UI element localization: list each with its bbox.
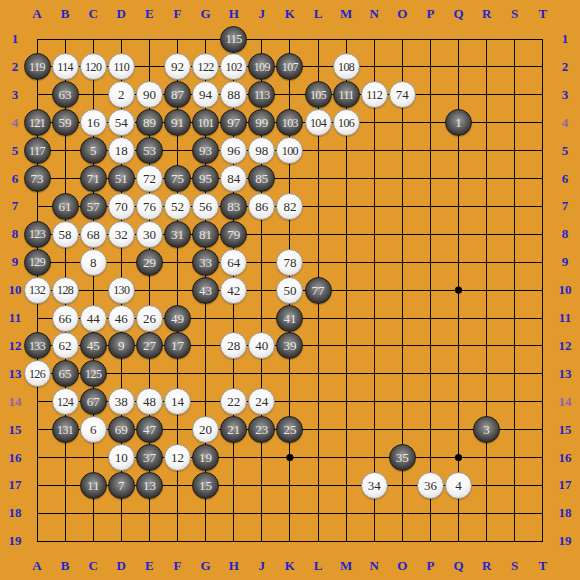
stone-white-F14[interactable]: 14 (164, 388, 191, 415)
move-number: 54 (115, 116, 128, 129)
row-label-right-6: 6 (562, 171, 569, 187)
row-label-right-7: 7 (562, 198, 569, 214)
stone-white-D3[interactable]: 2 (108, 81, 135, 108)
move-number: 129 (29, 256, 45, 268)
col-label-top-K: K (285, 6, 295, 22)
move-number: 63 (59, 88, 72, 101)
col-label-top-T: T (538, 6, 547, 22)
move-number: 109 (254, 61, 270, 73)
stone-black-G5[interactable]: 93 (192, 137, 219, 164)
col-label-bottom-G: G (201, 558, 211, 574)
row-label-right-9: 9 (562, 254, 569, 270)
stone-black-E4[interactable]: 89 (136, 109, 163, 136)
move-number: 119 (29, 61, 45, 73)
row-label-left-14: 14 (9, 394, 22, 410)
stone-black-H8[interactable]: 79 (220, 221, 247, 248)
row-label-left-16: 16 (9, 450, 22, 466)
stone-white-M4[interactable]: 106 (333, 109, 360, 136)
move-number: 79 (227, 228, 240, 241)
stone-white-C11[interactable]: 44 (80, 305, 107, 332)
stone-black-A12[interactable]: 133 (24, 332, 51, 359)
col-label-bottom-D: D (117, 558, 126, 574)
stone-white-N17[interactable]: 34 (361, 472, 388, 499)
stone-white-E14[interactable]: 48 (136, 388, 163, 415)
move-number: 21 (227, 423, 240, 436)
move-number: 5 (90, 144, 97, 157)
move-number: 108 (338, 61, 354, 73)
move-number: 78 (283, 256, 296, 269)
move-number: 64 (227, 256, 240, 269)
stone-black-A8[interactable]: 123 (24, 221, 51, 248)
stone-white-F16[interactable]: 12 (164, 444, 191, 471)
move-number: 92 (171, 60, 184, 73)
move-number: 91 (171, 116, 184, 129)
move-number: 114 (57, 61, 73, 73)
row-label-left-15: 15 (9, 422, 22, 438)
move-number: 58 (59, 228, 72, 241)
stone-black-F8[interactable]: 31 (164, 221, 191, 248)
col-label-top-P: P (426, 6, 434, 22)
move-number: 68 (87, 228, 100, 241)
stone-black-B3[interactable]: 63 (52, 81, 79, 108)
col-label-top-S: S (511, 6, 518, 22)
row-label-right-13: 13 (559, 366, 572, 382)
stone-black-C12[interactable]: 45 (80, 332, 107, 359)
stone-black-E9[interactable]: 29 (136, 249, 163, 276)
stone-black-G17[interactable]: 15 (192, 472, 219, 499)
col-label-top-G: G (201, 6, 211, 22)
stone-black-G6[interactable]: 95 (192, 165, 219, 192)
col-label-top-C: C (88, 6, 97, 22)
col-label-bottom-F: F (174, 558, 182, 574)
col-label-top-L: L (314, 6, 323, 22)
move-number: 71 (87, 172, 100, 185)
move-number: 47 (143, 423, 156, 436)
move-number: 81 (199, 228, 212, 241)
move-number: 40 (255, 339, 268, 352)
move-number: 99 (255, 116, 268, 129)
stone-white-Q17[interactable]: 4 (445, 472, 472, 499)
move-number: 89 (143, 116, 156, 129)
move-number: 32 (115, 228, 128, 241)
move-number: 42 (227, 284, 240, 297)
row-label-right-14: 14 (559, 394, 572, 410)
stone-black-G8[interactable]: 81 (192, 221, 219, 248)
move-number: 45 (87, 339, 100, 352)
row-label-right-1: 1 (562, 31, 569, 47)
move-number: 35 (396, 451, 409, 464)
stone-black-L3[interactable]: 105 (305, 81, 332, 108)
stone-black-E5[interactable]: 53 (136, 137, 163, 164)
stone-white-O3[interactable]: 74 (389, 81, 416, 108)
stone-white-B8[interactable]: 58 (52, 221, 79, 248)
move-number: 29 (143, 256, 156, 269)
move-number: 14 (171, 395, 184, 408)
move-number: 76 (143, 200, 156, 213)
row-label-right-17: 17 (559, 477, 572, 493)
move-number: 2 (118, 88, 125, 101)
stone-black-F4[interactable]: 91 (164, 109, 191, 136)
move-number: 95 (199, 172, 212, 185)
stone-black-L10[interactable]: 77 (305, 277, 332, 304)
stone-white-B11[interactable]: 66 (52, 305, 79, 332)
col-label-top-E: E (145, 6, 154, 22)
stone-white-A13[interactable]: 126 (24, 360, 51, 387)
move-number: 37 (143, 451, 156, 464)
star-point (455, 454, 462, 461)
move-number: 43 (199, 284, 212, 297)
move-number: 67 (87, 395, 100, 408)
go-board[interactable]: AABBCCDDEEFFGGHHJJKKLLMMNNOOPPQQRRSSTT11… (0, 0, 580, 580)
stone-black-F11[interactable]: 49 (164, 305, 191, 332)
stone-white-H10[interactable]: 42 (220, 277, 247, 304)
row-label-right-5: 5 (562, 143, 569, 159)
move-number: 102 (226, 61, 242, 73)
row-label-right-18: 18 (559, 505, 572, 521)
move-number: 112 (366, 89, 382, 101)
move-number: 101 (197, 117, 213, 129)
row-label-left-7: 7 (12, 198, 19, 214)
col-label-top-N: N (369, 6, 378, 22)
move-number: 128 (57, 284, 73, 296)
row-label-right-15: 15 (559, 422, 572, 438)
col-label-bottom-K: K (285, 558, 295, 574)
move-number: 106 (338, 117, 354, 129)
stone-white-H9[interactable]: 64 (220, 249, 247, 276)
move-number: 85 (255, 172, 268, 185)
row-label-left-12: 12 (9, 338, 22, 354)
col-label-bottom-J: J (259, 558, 266, 574)
col-label-top-A: A (32, 6, 41, 22)
move-number: 104 (310, 117, 326, 129)
stone-black-B15[interactable]: 131 (52, 416, 79, 443)
move-number: 93 (199, 144, 212, 157)
move-number: 9 (118, 339, 125, 352)
stone-white-B2[interactable]: 114 (52, 53, 79, 80)
row-label-left-10: 10 (9, 282, 22, 298)
stone-white-B14[interactable]: 124 (52, 388, 79, 415)
stone-black-E16[interactable]: 37 (136, 444, 163, 471)
stone-white-E6[interactable]: 72 (136, 165, 163, 192)
stone-black-A2[interactable]: 119 (24, 53, 51, 80)
stone-white-P17[interactable]: 36 (417, 472, 444, 499)
col-label-bottom-N: N (369, 558, 378, 574)
move-number: 24 (255, 395, 268, 408)
stone-white-G7[interactable]: 56 (192, 193, 219, 220)
star-point (455, 287, 462, 294)
move-number: 61 (59, 200, 72, 213)
stone-black-E17[interactable]: 13 (136, 472, 163, 499)
row-label-right-10: 10 (559, 282, 572, 298)
stone-white-C4[interactable]: 16 (80, 109, 107, 136)
stone-white-C15[interactable]: 6 (80, 416, 107, 443)
move-number: 97 (227, 116, 240, 129)
move-number: 103 (282, 117, 298, 129)
move-number: 26 (143, 312, 156, 325)
col-label-top-H: H (229, 6, 239, 22)
stone-black-D17[interactable]: 7 (108, 472, 135, 499)
stone-white-M2[interactable]: 108 (333, 53, 360, 80)
move-number: 39 (283, 339, 296, 352)
stone-white-E7[interactable]: 76 (136, 193, 163, 220)
move-number: 131 (57, 424, 73, 436)
col-label-bottom-S: S (511, 558, 518, 574)
move-number: 115 (226, 33, 242, 45)
move-number: 86 (255, 200, 268, 213)
stone-white-L4[interactable]: 104 (305, 109, 332, 136)
move-number: 66 (59, 312, 72, 325)
move-number: 100 (282, 145, 298, 157)
move-number: 96 (227, 144, 240, 157)
stone-white-D5[interactable]: 18 (108, 137, 135, 164)
move-number: 23 (255, 423, 268, 436)
stone-white-B12[interactable]: 62 (52, 332, 79, 359)
move-number: 6 (90, 423, 97, 436)
stone-white-G15[interactable]: 20 (192, 416, 219, 443)
stone-white-K9[interactable]: 78 (276, 249, 303, 276)
col-label-top-J: J (259, 6, 266, 22)
move-number: 41 (283, 312, 296, 325)
move-number: 111 (338, 89, 353, 101)
row-label-left-5: 5 (12, 143, 19, 159)
col-label-bottom-A: A (32, 558, 41, 574)
stone-black-Q4[interactable]: 1 (445, 109, 472, 136)
stone-white-D11[interactable]: 46 (108, 305, 135, 332)
move-number: 113 (254, 89, 270, 101)
stone-black-R15[interactable]: 3 (473, 416, 500, 443)
move-number: 77 (312, 284, 325, 297)
col-label-bottom-H: H (229, 558, 239, 574)
col-label-top-O: O (397, 6, 407, 22)
move-number: 22 (227, 395, 240, 408)
stone-black-O16[interactable]: 35 (389, 444, 416, 471)
stone-black-C6[interactable]: 71 (80, 165, 107, 192)
move-number: 124 (57, 396, 73, 408)
move-number: 10 (115, 451, 128, 464)
stone-black-H1[interactable]: 115 (220, 26, 247, 53)
move-number: 16 (87, 116, 100, 129)
col-label-top-F: F (174, 6, 182, 22)
stone-black-G9[interactable]: 33 (192, 249, 219, 276)
move-number: 65 (59, 367, 72, 380)
col-label-bottom-L: L (314, 558, 323, 574)
move-number: 8 (90, 256, 97, 269)
stone-white-C9[interactable]: 8 (80, 249, 107, 276)
stone-black-B13[interactable]: 65 (52, 360, 79, 387)
move-number: 57 (87, 200, 100, 213)
col-label-bottom-O: O (397, 558, 407, 574)
move-number: 132 (29, 284, 45, 296)
move-number: 126 (29, 368, 45, 380)
stone-black-K11[interactable]: 41 (276, 305, 303, 332)
row-label-left-11: 11 (9, 310, 21, 326)
move-number: 105 (310, 89, 326, 101)
stone-black-B7[interactable]: 61 (52, 193, 79, 220)
stone-black-H7[interactable]: 83 (220, 193, 247, 220)
move-number: 87 (171, 88, 184, 101)
stone-black-C14[interactable]: 67 (80, 388, 107, 415)
move-number: 20 (199, 423, 212, 436)
row-label-right-19: 19 (559, 533, 572, 549)
row-label-left-8: 8 (12, 226, 19, 242)
stone-white-N3[interactable]: 112 (361, 81, 388, 108)
move-number: 83 (227, 200, 240, 213)
row-label-left-9: 9 (12, 254, 19, 270)
move-number: 53 (143, 144, 156, 157)
move-number: 30 (143, 228, 156, 241)
move-number: 36 (424, 479, 437, 492)
col-label-bottom-P: P (426, 558, 434, 574)
move-number: 28 (227, 339, 240, 352)
row-label-right-3: 3 (562, 87, 569, 103)
move-number: 3 (483, 423, 490, 436)
move-number: 98 (255, 144, 268, 157)
move-number: 73 (31, 172, 44, 185)
move-number: 107 (282, 61, 298, 73)
stone-black-C13[interactable]: 125 (80, 360, 107, 387)
stone-black-B4[interactable]: 59 (52, 109, 79, 136)
stone-white-D2[interactable]: 110 (108, 53, 135, 80)
move-number: 70 (115, 200, 128, 213)
move-number: 62 (59, 339, 72, 352)
stone-white-E3[interactable]: 90 (136, 81, 163, 108)
move-number: 72 (143, 172, 156, 185)
col-label-top-D: D (117, 6, 126, 22)
stone-black-A9[interactable]: 129 (24, 249, 51, 276)
row-label-left-6: 6 (12, 171, 19, 187)
stone-black-D15[interactable]: 69 (108, 416, 135, 443)
stone-white-A10[interactable]: 132 (24, 277, 51, 304)
move-number: 82 (283, 200, 296, 213)
stone-white-C8[interactable]: 68 (80, 221, 107, 248)
col-label-bottom-C: C (88, 558, 97, 574)
stone-white-E11[interactable]: 26 (136, 305, 163, 332)
move-number: 125 (85, 368, 101, 380)
stone-white-B10[interactable]: 128 (52, 277, 79, 304)
row-label-right-11: 11 (559, 310, 571, 326)
move-number: 19 (199, 451, 212, 464)
stone-white-E8[interactable]: 30 (136, 221, 163, 248)
row-label-left-1: 1 (12, 31, 19, 47)
col-label-top-R: R (482, 6, 491, 22)
stone-white-D14[interactable]: 38 (108, 388, 135, 415)
stone-white-D7[interactable]: 70 (108, 193, 135, 220)
move-number: 133 (29, 340, 45, 352)
move-number: 15 (199, 479, 212, 492)
stone-white-F7[interactable]: 52 (164, 193, 191, 220)
col-label-bottom-T: T (538, 558, 547, 574)
move-number: 11 (87, 479, 100, 492)
stone-white-D16[interactable]: 10 (108, 444, 135, 471)
row-label-left-19: 19 (9, 533, 22, 549)
move-number: 117 (29, 145, 45, 157)
stone-black-C5[interactable]: 5 (80, 137, 107, 164)
move-number: 94 (199, 88, 212, 101)
move-number: 33 (199, 256, 212, 269)
stone-white-D4[interactable]: 54 (108, 109, 135, 136)
move-number: 17 (171, 339, 184, 352)
move-number: 50 (283, 284, 296, 297)
stone-black-G16[interactable]: 19 (192, 444, 219, 471)
stone-black-A4[interactable]: 121 (24, 109, 51, 136)
move-number: 69 (115, 423, 128, 436)
move-number: 38 (115, 395, 128, 408)
stone-white-H6[interactable]: 84 (220, 165, 247, 192)
move-number: 59 (59, 116, 72, 129)
stone-white-D10[interactable]: 130 (108, 277, 135, 304)
move-number: 27 (143, 339, 156, 352)
row-label-right-4: 4 (562, 115, 569, 131)
move-number: 130 (113, 284, 129, 296)
move-number: 34 (368, 479, 381, 492)
row-label-right-12: 12 (559, 338, 572, 354)
row-label-left-13: 13 (9, 366, 22, 382)
move-number: 110 (113, 61, 129, 73)
star-point (286, 454, 293, 461)
stone-black-D6[interactable]: 51 (108, 165, 135, 192)
move-number: 48 (143, 395, 156, 408)
row-label-left-4: 4 (12, 115, 19, 131)
move-number: 122 (197, 61, 213, 73)
move-number: 56 (199, 200, 212, 213)
stone-black-E15[interactable]: 47 (136, 416, 163, 443)
stone-black-F6[interactable]: 75 (164, 165, 191, 192)
stone-black-M3[interactable]: 111 (333, 81, 360, 108)
move-number: 18 (115, 144, 128, 157)
row-label-left-17: 17 (9, 477, 22, 493)
move-number: 52 (171, 200, 184, 213)
move-number: 120 (85, 61, 101, 73)
stone-black-G10[interactable]: 43 (192, 277, 219, 304)
col-label-bottom-E: E (145, 558, 154, 574)
stone-white-J7[interactable]: 86 (248, 193, 275, 220)
row-label-left-3: 3 (12, 87, 19, 103)
move-number: 74 (396, 88, 409, 101)
stone-black-A6[interactable]: 73 (24, 165, 51, 192)
move-number: 12 (171, 451, 184, 464)
move-number: 44 (87, 312, 100, 325)
move-number: 88 (227, 88, 240, 101)
stone-white-C2[interactable]: 120 (80, 53, 107, 80)
stone-black-A5[interactable]: 117 (24, 137, 51, 164)
move-number: 121 (29, 117, 45, 129)
col-label-bottom-Q: Q (453, 558, 463, 574)
move-number: 31 (171, 228, 184, 241)
move-number: 46 (115, 312, 128, 325)
stone-white-D8[interactable]: 32 (108, 221, 135, 248)
col-label-bottom-M: M (340, 558, 352, 574)
move-number: 75 (171, 172, 184, 185)
move-number: 90 (143, 88, 156, 101)
col-label-bottom-R: R (482, 558, 491, 574)
row-label-right-8: 8 (562, 226, 569, 242)
row-label-left-18: 18 (9, 505, 22, 521)
move-number: 25 (283, 423, 296, 436)
move-number: 7 (118, 479, 125, 492)
move-number: 13 (143, 479, 156, 492)
stone-black-C17[interactable]: 11 (80, 472, 107, 499)
move-number: 123 (29, 228, 45, 240)
move-number: 49 (171, 312, 184, 325)
stone-black-C7[interactable]: 57 (80, 193, 107, 220)
move-number: 84 (227, 172, 240, 185)
row-label-right-16: 16 (559, 450, 572, 466)
col-label-top-Q: Q (453, 6, 463, 22)
move-number: 1 (455, 116, 462, 129)
stone-white-K10[interactable]: 50 (276, 277, 303, 304)
stone-black-D12[interactable]: 9 (108, 332, 135, 359)
col-label-top-B: B (61, 6, 70, 22)
